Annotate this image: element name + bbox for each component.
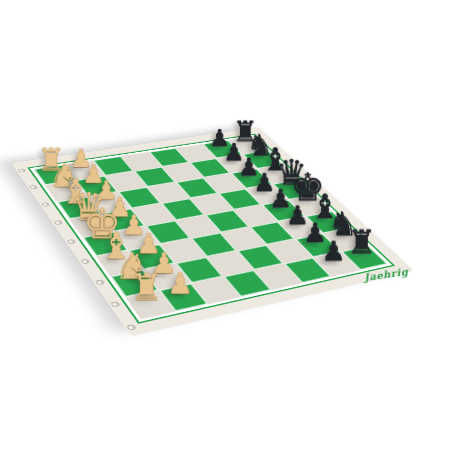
square-d6[interactable] xyxy=(218,189,261,210)
white-pawn[interactable]: ♟ xyxy=(52,146,110,171)
square-b7[interactable]: ♟ xyxy=(216,154,257,173)
playing-area-frame: ♜♞♝♛♚♝♞♜♟♟♟♟♟♟♟♟♟♟♟♟♟♟♟♟♜♞♝♛♚♝♞♜ xyxy=(27,134,395,324)
black-pawn[interactable]: ♟ xyxy=(192,126,246,149)
black-pawn[interactable]: ♟ xyxy=(206,140,261,164)
square-a4[interactable] xyxy=(121,152,162,171)
square-a8[interactable]: ♜ xyxy=(228,136,268,154)
snap-dot xyxy=(128,325,136,330)
black-pawn[interactable]: ♟ xyxy=(235,170,293,195)
square-a3[interactable] xyxy=(93,156,134,176)
board-roll-wrapper: ♜♞♝♛♚♝♞♜♟♟♟♟♟♟♟♟♟♟♟♟♟♟♟♟♜♞♝♛♚♝♞♜ xyxy=(0,0,450,450)
black-queen[interactable]: ♛ xyxy=(262,155,319,190)
square-h7[interactable]: ♟ xyxy=(313,251,360,276)
black-knight[interactable]: ♞ xyxy=(232,130,287,160)
square-b5[interactable] xyxy=(162,162,204,182)
black-rook[interactable]: ♜ xyxy=(218,117,272,146)
square-a6[interactable] xyxy=(176,144,216,162)
black-bishop[interactable]: ♝ xyxy=(247,143,303,175)
square-c6[interactable] xyxy=(204,173,246,193)
perspective-wrapper: ♜♞♝♛♚♝♞♜♟♟♟♟♟♟♟♟♟♟♟♟♟♟♟♟♜♞♝♛♚♝♞♜ xyxy=(0,0,450,450)
snap-dot xyxy=(30,186,36,189)
snap-dot xyxy=(112,302,120,306)
snap-dot xyxy=(82,259,89,263)
square-d5[interactable] xyxy=(190,193,234,215)
square-b4[interactable] xyxy=(134,167,176,187)
square-d8[interactable]: ♛ xyxy=(273,179,316,199)
square-a7[interactable]: ♟ xyxy=(202,140,242,158)
black-pawn[interactable]: ♟ xyxy=(302,237,365,264)
square-a5[interactable] xyxy=(149,148,190,167)
black-pawn[interactable]: ♟ xyxy=(220,155,276,179)
snap-dot xyxy=(96,280,103,284)
square-c4[interactable] xyxy=(147,182,190,203)
square-b6[interactable] xyxy=(189,158,230,177)
square-b8[interactable]: ♞ xyxy=(242,150,283,169)
white-rook[interactable]: ♜ xyxy=(112,269,181,306)
square-h1[interactable]: ♜ xyxy=(125,290,175,319)
square-c5[interactable] xyxy=(176,178,219,199)
chess-set-photo: ♜♞♝♛♚♝♞♜♟♟♟♟♟♟♟♟♟♟♟♟♟♟♟♟♜♞♝♛♚♝♞♜ Jaehrig xyxy=(0,0,450,450)
square-c7[interactable]: ♟ xyxy=(231,169,273,189)
snap-dot xyxy=(19,169,25,172)
chess-board: ♜♞♝♛♚♝♞♜♟♟♟♟♟♟♟♟♟♟♟♟♟♟♟♟♜♞♝♛♚♝♞♜ xyxy=(34,136,388,319)
vinyl-mat: ♜♞♝♛♚♝♞♜♟♟♟♟♟♟♟♟♟♟♟♟♟♟♟♟♜♞♝♛♚♝♞♜ xyxy=(11,127,414,336)
square-c8[interactable]: ♝ xyxy=(257,165,299,184)
